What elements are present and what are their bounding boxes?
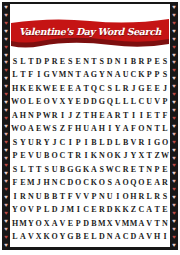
grid-cell: C xyxy=(98,82,106,96)
grid-cell: T xyxy=(153,109,161,123)
grid-cell: A xyxy=(114,177,122,191)
heart-icon: ♥ xyxy=(4,234,8,240)
grid-cell: B xyxy=(43,190,51,204)
grid-cell: E xyxy=(19,150,27,164)
heart-icon: ♥ xyxy=(4,83,8,89)
grid-cell: S xyxy=(106,177,114,191)
heart-border-left: ♥♥♥♥♥♥♥♥♥♥♥♥♥♥♥♥♥♥♥♥♥♥♥♥♥♥♥♥♥♥♥ xyxy=(2,2,10,250)
grid-cell: B xyxy=(59,163,67,177)
heart-icon: ♥ xyxy=(4,36,8,42)
grid-cell: V xyxy=(153,96,161,110)
grid-cell: Y xyxy=(19,136,27,150)
grid-cell: E xyxy=(74,96,82,110)
grid-cell: S xyxy=(11,136,19,150)
grid-cell: E xyxy=(161,204,169,218)
grid-cell: R xyxy=(137,136,145,150)
heart-icon: ♥ xyxy=(172,178,176,184)
grid-cell: L xyxy=(11,231,19,245)
grid-cell: I xyxy=(161,231,169,245)
grid-cell: L xyxy=(161,123,169,137)
grid-cell: R xyxy=(51,55,59,69)
grid-cell: L xyxy=(114,96,122,110)
grid-cell: Q xyxy=(106,96,114,110)
heart-icon: ♥ xyxy=(172,107,176,113)
grid-cell: S xyxy=(161,55,169,69)
grid-cell: G xyxy=(74,163,82,177)
grid-cell: L xyxy=(27,96,35,110)
heart-icon: ♥ xyxy=(172,162,176,168)
grid-cell: J xyxy=(35,177,43,191)
heart-icon: ♥ xyxy=(172,186,176,192)
grid-cell: P xyxy=(35,109,43,123)
grid-cell: W xyxy=(161,150,169,164)
grid-cell: F xyxy=(27,69,35,83)
grid-cell: E xyxy=(130,163,138,177)
grid-cell: S xyxy=(11,163,19,177)
grid-cell: R xyxy=(122,82,130,96)
grid-cell: N xyxy=(114,55,122,69)
heart-icon: ♥ xyxy=(172,147,176,153)
grid-cell: K xyxy=(114,204,122,218)
heart-icon: ♥ xyxy=(4,131,8,137)
grid-cell: D xyxy=(106,55,114,69)
heart-icon: ♥ xyxy=(172,139,176,145)
grid-cell: N xyxy=(145,163,153,177)
grid-cell: L xyxy=(145,190,153,204)
grid-cell: D xyxy=(82,217,90,231)
grid-cell: W xyxy=(43,109,51,123)
grid-cell: V xyxy=(27,231,35,245)
grid-cell: U xyxy=(35,150,43,164)
heart-icon: ♥ xyxy=(4,28,8,34)
grid-cell: R xyxy=(35,136,43,150)
grid-cell: V xyxy=(145,217,153,231)
grid-cell: A xyxy=(51,217,59,231)
grid-cell: U xyxy=(145,96,153,110)
grid-cell: E xyxy=(145,109,153,123)
grid-cell: A xyxy=(74,82,82,96)
grid-cell: O xyxy=(122,190,130,204)
heart-icon: ♥ xyxy=(172,36,176,42)
word-search-grid: SLTDPRESENTSDNIBRPESLTFIGVMNTAGYNAUCKPPS… xyxy=(11,55,169,244)
grid-cell: K xyxy=(114,150,122,164)
heart-icon: ♥ xyxy=(4,12,8,18)
grid-cell: E xyxy=(98,109,106,123)
grid-cell: N xyxy=(161,217,169,231)
heart-icon: ♥ xyxy=(172,67,176,73)
grid-cell: Y xyxy=(27,217,35,231)
grid-cell: Z xyxy=(130,204,138,218)
grid-cell: O xyxy=(35,217,43,231)
heart-icon: ♥ xyxy=(4,242,8,248)
grid-cell: Q xyxy=(130,177,138,191)
grid-cell: Y xyxy=(66,96,74,110)
grid-cell: C xyxy=(137,96,145,110)
grid-cell: T xyxy=(35,163,43,177)
grid-cell: E xyxy=(74,55,82,69)
grid-cell: J xyxy=(66,109,74,123)
grid-cell: K xyxy=(137,69,145,83)
grid-cell: F xyxy=(161,109,169,123)
grid-cell: T xyxy=(74,69,82,83)
grid-cell: A xyxy=(27,123,35,137)
grid-cell: E xyxy=(82,231,90,245)
grid-cell: R xyxy=(74,150,82,164)
grid-cell: K xyxy=(82,163,90,177)
heart-icon: ♥ xyxy=(4,99,8,105)
grid-cell: Y xyxy=(114,123,122,137)
grid-cell: C xyxy=(130,69,138,83)
grid-cell: W xyxy=(43,123,51,137)
grid-cell: I xyxy=(74,204,82,218)
grid-cell: C xyxy=(122,231,130,245)
grid-cell: P xyxy=(74,217,82,231)
grid-cell: X xyxy=(137,150,145,164)
grid-cell: B xyxy=(74,231,82,245)
grid-cell: K xyxy=(35,82,43,96)
grid-cell: O xyxy=(122,177,130,191)
grid-cell: N xyxy=(106,231,114,245)
grid-cell: F xyxy=(66,190,74,204)
grid-cell: U xyxy=(35,190,43,204)
grid-cell: O xyxy=(51,231,59,245)
grid-cell: A xyxy=(137,231,145,245)
grid-cell: S xyxy=(98,55,106,69)
heart-icon: ♥ xyxy=(172,12,176,18)
grid-cell: H xyxy=(130,190,138,204)
grid-cell: H xyxy=(90,109,98,123)
grid-cell: B xyxy=(122,136,130,150)
grid-cell: A xyxy=(90,163,98,177)
grid-cell: P xyxy=(90,190,98,204)
grid-cell: G xyxy=(90,69,98,83)
heart-icon: ♥ xyxy=(4,210,8,216)
grid-cell: H xyxy=(74,123,82,137)
grid-cell: I xyxy=(35,69,43,83)
grid-cell: W xyxy=(11,123,19,137)
heart-icon: ♥ xyxy=(4,91,8,97)
grid-cell: V xyxy=(114,217,122,231)
heart-icon: ♥ xyxy=(172,218,176,224)
heart-icon: ♥ xyxy=(172,194,176,200)
grid-cell: K xyxy=(19,82,27,96)
grid-cell: N xyxy=(51,177,59,191)
grid-cell: E xyxy=(90,204,98,218)
grid-cell: O xyxy=(51,150,59,164)
heart-icon: ♥ xyxy=(172,202,176,208)
grid-cell: W xyxy=(106,163,114,177)
grid-cell: R xyxy=(122,163,130,177)
grid-cell: M xyxy=(66,204,74,218)
grid-cell: T xyxy=(82,109,90,123)
grid-cell: X xyxy=(106,217,114,231)
grid-cell: V xyxy=(51,69,59,83)
grid-cell: V xyxy=(74,190,82,204)
grid-cell: I xyxy=(137,109,145,123)
grid-cell: F xyxy=(130,123,138,137)
grid-cell: V xyxy=(51,96,59,110)
grid-cell: S xyxy=(51,123,59,137)
grid-cell: G xyxy=(43,69,51,83)
heart-icon: ♥ xyxy=(4,186,8,192)
grid-cell: R xyxy=(161,177,169,191)
grid-cell: R xyxy=(137,55,145,69)
heart-icon: ♥ xyxy=(4,202,8,208)
grid-cell: F xyxy=(11,177,19,191)
heart-icon: ♥ xyxy=(172,20,176,26)
grid-cell: D xyxy=(130,231,138,245)
grid-cell: W xyxy=(43,82,51,96)
grid-cell: T xyxy=(19,69,27,83)
heart-icon: ♥ xyxy=(4,226,8,232)
grid-cell: B xyxy=(90,136,98,150)
heart-icon: ♥ xyxy=(4,20,8,26)
grid-cell: O xyxy=(19,96,27,110)
grid-cell: D xyxy=(106,204,114,218)
grid-cell: E xyxy=(153,55,161,69)
grid-cell: H xyxy=(98,123,106,137)
grid-cell: P xyxy=(11,150,19,164)
grid-cell: X xyxy=(35,231,43,245)
heart-icon: ♥ xyxy=(172,210,176,216)
grid-cell: C xyxy=(137,204,145,218)
grid-cell: O xyxy=(98,177,106,191)
grid-cell: E xyxy=(59,82,67,96)
grid-cell: O xyxy=(137,123,145,137)
grid-cell: L xyxy=(114,82,122,96)
grid-cell: C xyxy=(59,177,67,191)
grid-cell: V xyxy=(145,231,153,245)
grid-cell: T xyxy=(122,109,130,123)
grid-cell: L xyxy=(130,96,138,110)
grid-cell: P xyxy=(35,204,43,218)
grid-cell: S xyxy=(106,82,114,96)
grid-cell: O xyxy=(74,177,82,191)
heart-icon: ♥ xyxy=(4,67,8,73)
grid-cell: R xyxy=(114,109,122,123)
grid-cell: Z xyxy=(59,123,67,137)
grid-cell: I xyxy=(130,109,138,123)
heart-icon: ♥ xyxy=(4,123,8,129)
grid-cell: S xyxy=(66,55,74,69)
heart-icon: ♥ xyxy=(172,59,176,65)
grid-cell: N xyxy=(145,123,153,137)
grid-cell: P xyxy=(145,69,153,83)
grid-cell: B xyxy=(43,150,51,164)
heart-icon: ♥ xyxy=(172,123,176,129)
heart-icon: ♥ xyxy=(172,91,176,97)
grid-cell: Y xyxy=(11,204,19,218)
grid-cell: O xyxy=(161,136,169,150)
grid-cell: S xyxy=(11,55,19,69)
grid-cell: Z xyxy=(153,150,161,164)
grid-cell: A xyxy=(122,123,130,137)
grid-cell: R xyxy=(98,204,106,218)
grid-cell: H xyxy=(153,231,161,245)
grid-cell: A xyxy=(114,69,122,83)
grid-cell: E xyxy=(35,96,43,110)
grid-cell: I xyxy=(145,136,153,150)
grid-cell: A xyxy=(106,109,114,123)
grid-cell: O xyxy=(19,123,27,137)
grid-cell: O xyxy=(43,96,51,110)
grid-cell: E xyxy=(51,82,59,96)
grid-cell: A xyxy=(145,204,153,218)
grid-cell: E xyxy=(27,82,35,96)
heart-icon: ♥ xyxy=(4,218,8,224)
grid-cell: K xyxy=(122,204,130,218)
grid-cell: L xyxy=(19,163,27,177)
grid-cell: T xyxy=(153,204,161,218)
grid-cell: M xyxy=(130,217,138,231)
grid-cell: S xyxy=(161,69,169,83)
grid-cell: E xyxy=(66,217,74,231)
grid-cell: I xyxy=(106,123,114,137)
grid-cell: Y xyxy=(98,69,106,83)
heart-icon: ♥ xyxy=(4,194,8,200)
grid-cell: R xyxy=(19,190,27,204)
grid-cell: C xyxy=(114,163,122,177)
grid-cell: V xyxy=(27,204,35,218)
heart-icon: ♥ xyxy=(172,44,176,50)
grid-cell: T xyxy=(59,190,67,204)
grid-cell: D xyxy=(35,55,43,69)
grid-cell: U xyxy=(106,190,114,204)
heart-icon: ♥ xyxy=(172,83,176,89)
grid-cell: N xyxy=(82,55,90,69)
grid-cell: N xyxy=(27,109,35,123)
grid-cell: T xyxy=(90,55,98,69)
grid-cell: E xyxy=(35,123,43,137)
grid-cell: T xyxy=(27,55,35,69)
grid-cell: J xyxy=(122,150,130,164)
grid-cell: T xyxy=(145,150,153,164)
grid-cell: P xyxy=(43,55,51,69)
heart-icon: ♥ xyxy=(172,131,176,137)
heart-icon: ♥ xyxy=(4,139,8,145)
grid-cell: E xyxy=(59,55,67,69)
heart-icon: ♥ xyxy=(4,59,8,65)
grid-cell: P xyxy=(153,163,161,177)
grid-cell: D xyxy=(66,177,74,191)
heart-icon: ♥ xyxy=(172,234,176,240)
heart-icon: ♥ xyxy=(172,52,176,58)
grid-cell: I xyxy=(122,55,130,69)
heart-icon: ♥ xyxy=(4,147,8,153)
grid-cell: L xyxy=(98,136,106,150)
grid-cell: A xyxy=(19,231,27,245)
grid-cell: Y xyxy=(59,231,67,245)
grid-cell: B xyxy=(90,217,98,231)
grid-cell: U xyxy=(27,136,35,150)
grid-cell: X xyxy=(43,217,51,231)
grid-cell: L xyxy=(43,204,51,218)
grid-cell: E xyxy=(19,177,27,191)
grid-cell: D xyxy=(98,231,106,245)
grid-cell: K xyxy=(43,231,51,245)
grid-cell: D xyxy=(106,136,114,150)
heart-icon: ♥ xyxy=(4,115,8,121)
grid-cell: D xyxy=(90,96,98,110)
grid-cell: V xyxy=(27,150,35,164)
grid-cell: O xyxy=(106,150,114,164)
grid-cell: U xyxy=(82,123,90,137)
grid-cell: L xyxy=(11,69,19,83)
grid-cell: A xyxy=(82,69,90,83)
grid-cell: Y xyxy=(130,150,138,164)
heart-icon: ♥ xyxy=(4,162,8,168)
grid-cell: G xyxy=(153,136,161,150)
grid-cell: B xyxy=(51,190,59,204)
grid-cell: G xyxy=(137,82,145,96)
grid-cell: N xyxy=(98,150,106,164)
grid-cell: A xyxy=(114,231,122,245)
heart-icon: ♥ xyxy=(172,28,176,34)
worksheet-page: ♥♥♥♥♥♥♥♥♥♥♥♥♥♥♥♥♥♥♥♥♥♥♥♥♥♥♥♥♥♥♥ ♥♥♥♥♥♥♥♥… xyxy=(0,0,180,255)
grid-cell: K xyxy=(90,177,98,191)
grid-cell: F xyxy=(66,123,74,137)
grid-cell: M xyxy=(27,177,35,191)
heart-icon: ♥ xyxy=(4,170,8,176)
grid-cell: I xyxy=(59,109,67,123)
grid-cell: A xyxy=(153,177,161,191)
grid-cell: I xyxy=(82,136,90,150)
grid-cell: R xyxy=(51,109,59,123)
grid-cell: J xyxy=(51,136,59,150)
grid-cell: O xyxy=(137,177,145,191)
grid-cell: P xyxy=(145,55,153,69)
grid-cell: A xyxy=(11,109,19,123)
grid-cell: Q xyxy=(90,82,98,96)
grid-cell: H xyxy=(43,177,51,191)
grid-cell: M xyxy=(98,217,106,231)
grid-cell: M xyxy=(19,217,27,231)
grid-cell: C xyxy=(59,150,67,164)
grid-cell: Z xyxy=(74,109,82,123)
grid-cell: V xyxy=(59,217,67,231)
grid-cell: N xyxy=(66,69,74,83)
grid-cell: L xyxy=(122,96,130,110)
grid-cell: T xyxy=(153,217,161,231)
title-banner: Valentine's Day Word Search xyxy=(11,18,169,50)
grid-cell: T xyxy=(66,150,74,164)
grid-cell: S xyxy=(161,190,169,204)
grid-cell: H xyxy=(11,217,19,231)
grid-cell: I xyxy=(11,190,19,204)
heart-icon: ♥ xyxy=(4,107,8,113)
grid-cell: M xyxy=(122,217,130,231)
grid-cell: G xyxy=(66,231,74,245)
grid-cell: X xyxy=(59,96,67,110)
heart-icon: ♥ xyxy=(4,75,8,81)
grid-cell: W xyxy=(11,96,19,110)
grid-cell: R xyxy=(137,190,145,204)
grid-cell: T xyxy=(153,123,161,137)
grid-cell: I xyxy=(114,190,122,204)
grid-cell: E xyxy=(145,82,153,96)
grid-cell: V xyxy=(82,190,90,204)
grid-cell: T xyxy=(82,82,90,96)
grid-cell: E xyxy=(66,82,74,96)
grid-cell: H xyxy=(11,82,19,96)
grid-cell: O xyxy=(19,204,27,218)
grid-cell: L xyxy=(114,136,122,150)
grid-cell: P xyxy=(153,69,161,83)
grid-cell: G xyxy=(66,163,74,177)
heart-icon: ♥ xyxy=(4,52,8,58)
grid-cell: T xyxy=(27,163,35,177)
heart-icon: ♥ xyxy=(4,155,8,161)
